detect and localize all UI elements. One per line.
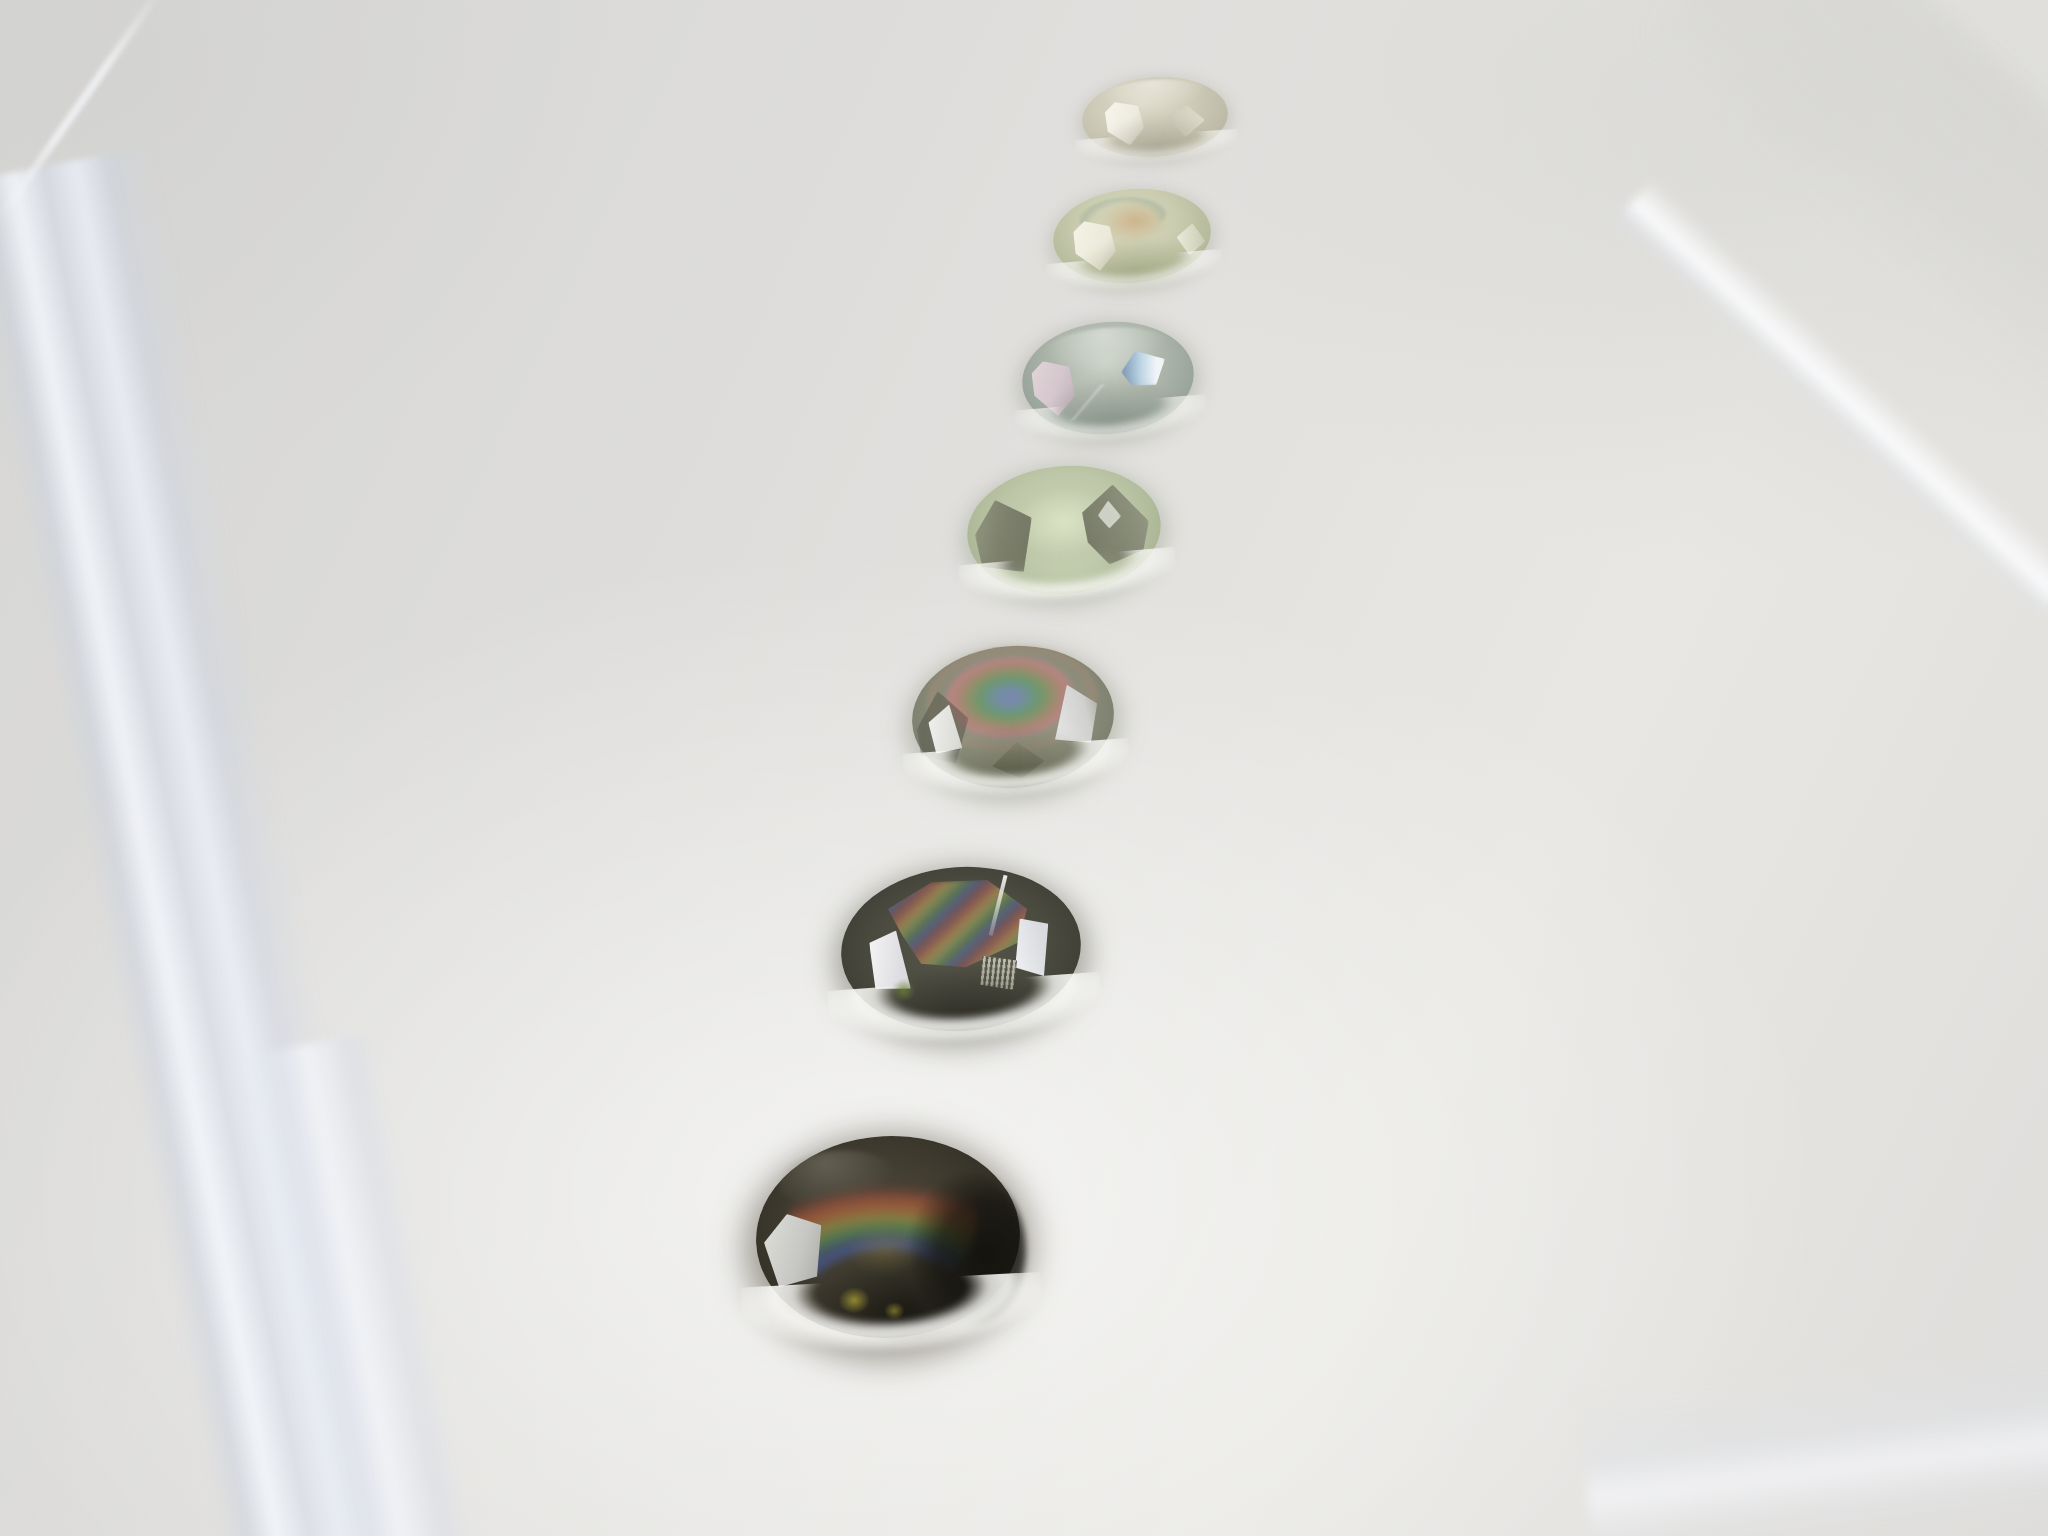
gemstone-3 (1017, 315, 1198, 442)
gem-box-scene (0, 0, 2048, 1536)
gemstone-6 (836, 859, 1087, 1039)
gemstone-5 (907, 639, 1118, 795)
gemstone-1-smallest (1079, 72, 1230, 162)
gemstone-7-largest (751, 1129, 1025, 1345)
gemstone-2 (1049, 182, 1215, 289)
gemstone-4 (962, 458, 1166, 602)
